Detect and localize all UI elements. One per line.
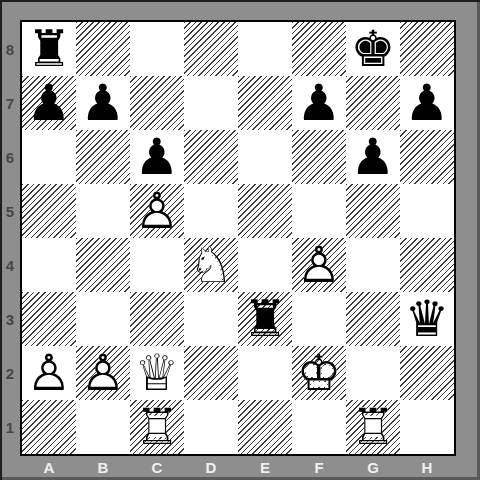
square-d4[interactable]: ♞♘ (184, 238, 238, 292)
white-piece-outline: ♙ (130, 184, 184, 238)
square-b2[interactable]: ♟♙ (76, 346, 130, 400)
square-f7[interactable]: ♟ (292, 76, 346, 130)
black-piece-glyph: ♜ (238, 292, 292, 346)
square-d1[interactable] (184, 400, 238, 454)
square-b7[interactable]: ♟ (76, 76, 130, 130)
square-c6[interactable]: ♟ (130, 130, 184, 184)
square-f2[interactable]: ♚♔ (292, 346, 346, 400)
file-label-f: F (292, 456, 346, 478)
piece-black-pawn[interactable]: ♟ (400, 76, 454, 130)
square-d8[interactable] (184, 22, 238, 76)
square-g5[interactable] (346, 184, 400, 238)
piece-white-pawn[interactable]: ♟♙ (22, 346, 76, 400)
rank-label-8: 8 (0, 22, 20, 76)
square-d7[interactable] (184, 76, 238, 130)
rank-label-7: 7 (0, 76, 20, 130)
file-label-c: C (130, 456, 184, 478)
file-label-b: B (76, 456, 130, 478)
piece-white-king[interactable]: ♚♔ (292, 346, 346, 400)
black-piece-glyph: ♛ (400, 292, 454, 346)
piece-black-queen[interactable]: ♛ (400, 292, 454, 346)
square-f6[interactable] (292, 130, 346, 184)
square-b5[interactable] (76, 184, 130, 238)
square-g4[interactable] (346, 238, 400, 292)
square-c4[interactable] (130, 238, 184, 292)
square-g8[interactable]: ♚ (346, 22, 400, 76)
board: ♜♚♟♟♟♟♟♟♟♙♞♘♟♙♜♛♟♙♟♙♛♕♚♔♜♖♜♖ (20, 20, 456, 456)
square-h1[interactable] (400, 400, 454, 454)
piece-white-rook[interactable]: ♜♖ (346, 400, 400, 454)
square-d3[interactable] (184, 292, 238, 346)
square-a1[interactable] (22, 400, 76, 454)
square-a6[interactable] (22, 130, 76, 184)
white-piece-outline: ♖ (346, 400, 400, 454)
white-piece-outline: ♕ (130, 346, 184, 400)
rank-label-2: 2 (0, 346, 20, 400)
white-piece-outline: ♔ (292, 346, 346, 400)
square-a7[interactable]: ♟ (22, 76, 76, 130)
chess-diagram: ♜♚♟♟♟♟♟♟♟♙♞♘♟♙♜♛♟♙♟♙♛♕♚♔♜♖♜♖ 87654321 AB… (0, 0, 480, 480)
square-f1[interactable] (292, 400, 346, 454)
square-e7[interactable] (238, 76, 292, 130)
square-c2[interactable]: ♛♕ (130, 346, 184, 400)
file-label-g: G (346, 456, 400, 478)
piece-black-pawn[interactable]: ♟ (76, 76, 130, 130)
file-label-a: A (22, 456, 76, 478)
square-c3[interactable] (130, 292, 184, 346)
file-label-h: H (400, 456, 454, 478)
square-b8[interactable] (76, 22, 130, 76)
piece-black-rook[interactable]: ♜ (238, 292, 292, 346)
piece-white-pawn[interactable]: ♟♙ (76, 346, 130, 400)
square-b3[interactable] (76, 292, 130, 346)
square-f8[interactable] (292, 22, 346, 76)
square-g7[interactable] (346, 76, 400, 130)
square-f3[interactable] (292, 292, 346, 346)
square-g3[interactable] (346, 292, 400, 346)
rank-label-1: 1 (0, 400, 20, 454)
piece-black-king[interactable]: ♚ (346, 22, 400, 76)
square-c5[interactable]: ♟♙ (130, 184, 184, 238)
black-piece-glyph: ♟ (400, 76, 454, 130)
square-c7[interactable] (130, 76, 184, 130)
rank-label-6: 6 (0, 130, 20, 184)
square-c8[interactable] (130, 22, 184, 76)
piece-white-pawn[interactable]: ♟♙ (130, 184, 184, 238)
white-piece-outline: ♖ (130, 400, 184, 454)
piece-black-pawn[interactable]: ♟ (292, 76, 346, 130)
black-piece-glyph: ♟ (130, 130, 184, 184)
square-a8[interactable]: ♜ (22, 22, 76, 76)
square-d5[interactable] (184, 184, 238, 238)
square-e1[interactable] (238, 400, 292, 454)
square-e2[interactable] (238, 346, 292, 400)
piece-black-pawn[interactable]: ♟ (130, 130, 184, 184)
square-e8[interactable] (238, 22, 292, 76)
white-piece-outline: ♙ (22, 346, 76, 400)
square-c1[interactable]: ♜♖ (130, 400, 184, 454)
square-h7[interactable]: ♟ (400, 76, 454, 130)
square-f5[interactable] (292, 184, 346, 238)
square-b4[interactable] (76, 238, 130, 292)
black-piece-glyph: ♟ (346, 130, 400, 184)
square-d2[interactable] (184, 346, 238, 400)
square-h8[interactable] (400, 22, 454, 76)
piece-white-rook[interactable]: ♜♖ (130, 400, 184, 454)
black-piece-glyph: ♜ (22, 22, 76, 76)
piece-black-rook[interactable]: ♜ (22, 22, 76, 76)
square-h5[interactable] (400, 184, 454, 238)
square-e4[interactable] (238, 238, 292, 292)
square-h3[interactable]: ♛ (400, 292, 454, 346)
rank-label-3: 3 (0, 292, 20, 346)
square-e6[interactable] (238, 130, 292, 184)
black-piece-glyph: ♟ (22, 76, 76, 130)
square-h4[interactable] (400, 238, 454, 292)
square-d6[interactable] (184, 130, 238, 184)
square-a2[interactable]: ♟♙ (22, 346, 76, 400)
piece-white-knight[interactable]: ♞♘ (184, 238, 238, 292)
black-piece-glyph: ♟ (292, 76, 346, 130)
square-e5[interactable] (238, 184, 292, 238)
black-piece-glyph: ♟ (76, 76, 130, 130)
square-a5[interactable] (22, 184, 76, 238)
rank-label-4: 4 (0, 238, 20, 292)
square-h2[interactable] (400, 346, 454, 400)
piece-white-pawn[interactable]: ♟♙ (292, 238, 346, 292)
piece-black-pawn[interactable]: ♟ (346, 130, 400, 184)
square-e3[interactable]: ♜ (238, 292, 292, 346)
square-b6[interactable] (76, 130, 130, 184)
white-piece-outline: ♙ (76, 346, 130, 400)
square-h6[interactable] (400, 130, 454, 184)
piece-white-queen[interactable]: ♛♕ (130, 346, 184, 400)
rank-labels: 87654321 (0, 22, 20, 454)
square-g1[interactable]: ♜♖ (346, 400, 400, 454)
piece-black-pawn[interactable]: ♟ (22, 76, 76, 130)
square-a3[interactable] (22, 292, 76, 346)
file-labels: ABCDEFGH (22, 456, 454, 478)
square-g2[interactable] (346, 346, 400, 400)
rank-label-5: 5 (0, 184, 20, 238)
white-piece-outline: ♙ (292, 238, 346, 292)
file-label-d: D (184, 456, 238, 478)
square-f4[interactable]: ♟♙ (292, 238, 346, 292)
square-g6[interactable]: ♟ (346, 130, 400, 184)
white-piece-outline: ♘ (184, 238, 238, 292)
square-a4[interactable] (22, 238, 76, 292)
square-b1[interactable] (76, 400, 130, 454)
file-label-e: E (238, 456, 292, 478)
black-piece-glyph: ♚ (346, 22, 400, 76)
